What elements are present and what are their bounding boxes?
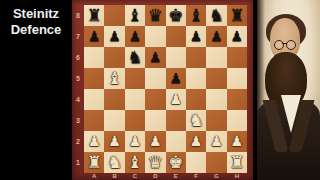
piece-black-bishop-f8: ♝ xyxy=(188,5,203,26)
piece-black-pawn-e5: ♟ xyxy=(169,68,182,89)
square-g8: ♞ xyxy=(206,5,226,26)
square-d5 xyxy=(145,68,165,89)
file-label-h: H xyxy=(227,172,247,180)
chess-board-frame: 87654321 ♜♝♛♚♝♞♜♟♟♟♟♟♟♞♟♝♟♟♞♟♟♟♟♟♟♟♜♞♝♛♚… xyxy=(72,0,253,180)
square-f2: ♟ xyxy=(186,131,206,152)
square-a8: ♜ xyxy=(84,5,104,26)
square-d4 xyxy=(145,89,165,110)
square-a3 xyxy=(84,110,104,131)
rank-label-2: 2 xyxy=(72,131,84,152)
square-c2: ♟ xyxy=(125,131,145,152)
square-d1: ♛ xyxy=(145,152,165,173)
rank-label-5: 5 xyxy=(72,68,84,89)
piece-white-pawn-d2: ♟ xyxy=(149,131,162,152)
square-e5: ♟ xyxy=(166,68,186,89)
square-h7: ♟ xyxy=(227,26,247,47)
piece-black-pawn-b7: ♟ xyxy=(108,26,121,47)
glasses-bridge xyxy=(282,43,287,44)
square-f1 xyxy=(186,152,206,173)
piece-black-king-e8: ♚ xyxy=(168,5,183,26)
rank-label-8: 8 xyxy=(72,5,84,26)
piece-white-pawn-h2: ♟ xyxy=(231,131,244,152)
piece-white-pawn-b2: ♟ xyxy=(108,131,121,152)
square-b3 xyxy=(104,110,124,131)
square-f3: ♞ xyxy=(186,110,206,131)
square-a1: ♜ xyxy=(84,152,104,173)
piece-white-knight-f3: ♞ xyxy=(188,110,203,131)
square-g4 xyxy=(206,89,226,110)
video-title: Steinitz Defence xyxy=(0,6,72,38)
piece-black-pawn-c7: ♟ xyxy=(129,26,142,47)
square-e6 xyxy=(166,47,186,68)
square-g7: ♟ xyxy=(206,26,226,47)
square-b7: ♟ xyxy=(104,26,124,47)
square-c8: ♝ xyxy=(125,5,145,26)
file-label-c: C xyxy=(125,172,145,180)
square-c7: ♟ xyxy=(125,26,145,47)
square-g3 xyxy=(206,110,226,131)
square-f8: ♝ xyxy=(186,5,206,26)
square-c1: ♝ xyxy=(125,152,145,173)
file-label-e: E xyxy=(166,172,186,180)
square-e1: ♚ xyxy=(166,152,186,173)
square-f5 xyxy=(186,68,206,89)
square-c6: ♞ xyxy=(125,47,145,68)
video-title-line2: Defence xyxy=(0,22,72,38)
piece-white-pawn-c2: ♟ xyxy=(129,131,142,152)
square-h6 xyxy=(227,47,247,68)
piece-black-pawn-h7: ♟ xyxy=(231,26,244,47)
file-label-f: F xyxy=(186,172,206,180)
square-g5 xyxy=(206,68,226,89)
square-a5 xyxy=(84,68,104,89)
square-d6: ♟ xyxy=(145,47,165,68)
video-title-line1: Steinitz xyxy=(0,6,72,22)
piece-white-pawn-e4: ♟ xyxy=(169,89,182,110)
piece-white-rook-a1: ♜ xyxy=(87,152,102,173)
square-g1 xyxy=(206,152,226,173)
square-c4 xyxy=(125,89,145,110)
square-b8 xyxy=(104,5,124,26)
file-labels: ABCDEFGH xyxy=(84,172,247,180)
square-d7 xyxy=(145,26,165,47)
rank-label-1: 1 xyxy=(72,152,84,173)
piece-white-rook-h1: ♜ xyxy=(229,152,244,173)
square-h5 xyxy=(227,68,247,89)
square-h4 xyxy=(227,89,247,110)
square-g6 xyxy=(206,47,226,68)
glasses-icon xyxy=(273,40,297,49)
piece-white-queen-d1: ♛ xyxy=(148,152,163,173)
square-f7: ♟ xyxy=(186,26,206,47)
square-b1: ♞ xyxy=(104,152,124,173)
square-a7: ♟ xyxy=(84,26,104,47)
file-label-b: B xyxy=(104,172,124,180)
piece-black-knight-c6: ♞ xyxy=(127,47,142,68)
piece-white-bishop-c1: ♝ xyxy=(127,152,142,173)
piece-white-pawn-a2: ♟ xyxy=(88,131,101,152)
rank-label-7: 7 xyxy=(72,26,84,47)
rank-labels: 87654321 xyxy=(72,5,84,173)
square-a4 xyxy=(84,89,104,110)
piece-white-pawn-g2: ♟ xyxy=(210,131,223,152)
piece-white-bishop-b5: ♝ xyxy=(107,68,122,89)
square-c5 xyxy=(125,68,145,89)
piece-black-pawn-g7: ♟ xyxy=(210,26,223,47)
square-b2: ♟ xyxy=(104,131,124,152)
square-b5: ♝ xyxy=(104,68,124,89)
rank-label-3: 3 xyxy=(72,110,84,131)
square-b4 xyxy=(104,89,124,110)
square-f4 xyxy=(186,89,206,110)
square-e4: ♟ xyxy=(166,89,186,110)
rank-label-4: 4 xyxy=(72,89,84,110)
rank-label-6: 6 xyxy=(72,47,84,68)
square-d8: ♛ xyxy=(145,5,165,26)
glasses-left-lens xyxy=(274,40,284,50)
square-e7 xyxy=(166,26,186,47)
file-label-d: D xyxy=(145,172,165,180)
piece-black-rook-h8: ♜ xyxy=(229,5,244,26)
piece-black-knight-g8: ♞ xyxy=(209,5,224,26)
square-a6 xyxy=(84,47,104,68)
steinitz-portrait xyxy=(257,0,320,180)
square-h3 xyxy=(227,110,247,131)
square-h1: ♜ xyxy=(227,152,247,173)
square-b6 xyxy=(104,47,124,68)
file-label-a: A xyxy=(84,172,104,180)
chess-board: ♜♝♛♚♝♞♜♟♟♟♟♟♟♞♟♝♟♟♞♟♟♟♟♟♟♟♜♞♝♛♚♜ xyxy=(84,5,247,173)
square-a2: ♟ xyxy=(84,131,104,152)
square-h2: ♟ xyxy=(227,131,247,152)
square-e2 xyxy=(166,131,186,152)
piece-black-bishop-c8: ♝ xyxy=(127,5,142,26)
piece-black-rook-a8: ♜ xyxy=(87,5,102,26)
piece-white-king-e1: ♚ xyxy=(168,152,183,173)
square-h8: ♜ xyxy=(227,5,247,26)
square-g2: ♟ xyxy=(206,131,226,152)
piece-black-pawn-d6: ♟ xyxy=(149,47,162,68)
piece-black-pawn-f7: ♟ xyxy=(190,26,203,47)
square-d3 xyxy=(145,110,165,131)
square-f6 xyxy=(186,47,206,68)
piece-black-pawn-a7: ♟ xyxy=(88,26,101,47)
piece-white-knight-b1: ♞ xyxy=(107,152,122,173)
square-d2: ♟ xyxy=(145,131,165,152)
piece-white-pawn-f2: ♟ xyxy=(190,131,203,152)
square-e8: ♚ xyxy=(166,5,186,26)
glasses-right-lens xyxy=(286,40,296,50)
square-e3 xyxy=(166,110,186,131)
piece-black-queen-d8: ♛ xyxy=(148,5,163,26)
file-label-g: G xyxy=(206,172,226,180)
square-c3 xyxy=(125,110,145,131)
